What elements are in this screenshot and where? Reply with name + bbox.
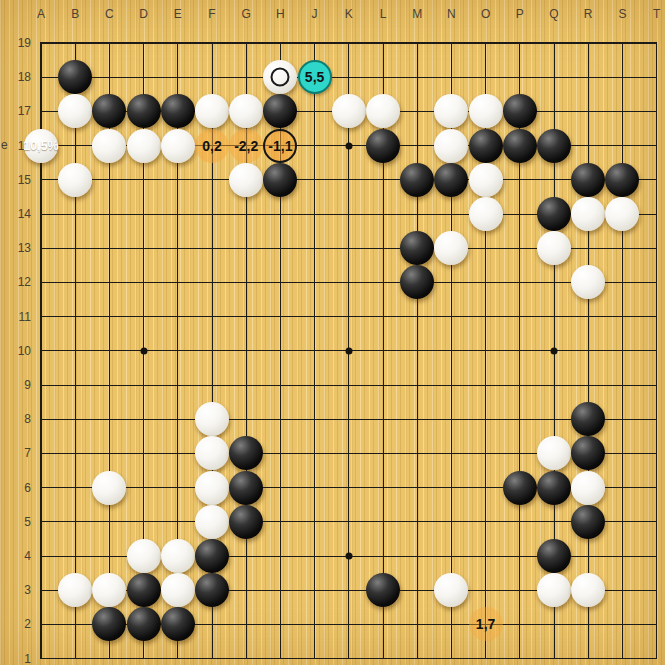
white-stone[interactable]: [195, 505, 229, 539]
white-stone[interactable]: [58, 573, 92, 607]
ai-suggestion[interactable]: 1,7: [469, 607, 503, 641]
column-label: K: [345, 8, 353, 20]
black-stone[interactable]: [127, 573, 161, 607]
row-label: 3: [3, 584, 31, 596]
column-label: R: [584, 8, 593, 20]
white-stone[interactable]: [571, 197, 605, 231]
column-label: T: [653, 8, 660, 20]
column-label: S: [618, 8, 626, 20]
white-stone[interactable]: [469, 163, 503, 197]
column-label: O: [481, 8, 490, 20]
white-stone[interactable]: [161, 539, 195, 573]
white-stone[interactable]: [127, 129, 161, 163]
white-stone[interactable]: [469, 197, 503, 231]
black-stone[interactable]: [92, 94, 126, 128]
white-stone[interactable]: [92, 129, 126, 163]
white-stone[interactable]: [229, 94, 263, 128]
white-stone[interactable]: [434, 94, 468, 128]
black-stone[interactable]: [537, 197, 571, 231]
row-label: 14: [3, 208, 31, 220]
white-stone[interactable]: [469, 94, 503, 128]
row-label: 5: [3, 516, 31, 528]
black-stone[interactable]: [161, 607, 195, 641]
row-label: 11: [3, 311, 31, 323]
winrate-label: 10,5%: [23, 139, 58, 153]
column-label: P: [516, 8, 524, 20]
column-label: A: [37, 8, 45, 20]
black-stone[interactable]: [229, 505, 263, 539]
column-label: E: [174, 8, 182, 20]
black-stone[interactable]: [605, 163, 639, 197]
last-move-marker: [271, 68, 290, 87]
white-stone[interactable]: [195, 402, 229, 436]
white-stone[interactable]: [195, 436, 229, 470]
column-label: L: [380, 8, 387, 20]
black-stone[interactable]: [366, 129, 400, 163]
black-stone[interactable]: [161, 94, 195, 128]
white-stone[interactable]: [366, 94, 400, 128]
row-label: 6: [3, 482, 31, 494]
white-stone[interactable]: [229, 163, 263, 197]
black-stone[interactable]: [92, 607, 126, 641]
white-stone[interactable]: [58, 163, 92, 197]
column-label: D: [139, 8, 148, 20]
black-stone[interactable]: [537, 129, 571, 163]
ai-suggestion-best[interactable]: 5,5: [298, 60, 332, 94]
ai-suggestion[interactable]: 0,2: [195, 129, 229, 163]
white-stone[interactable]: [571, 573, 605, 607]
black-stone[interactable]: [195, 573, 229, 607]
black-stone[interactable]: [263, 94, 297, 128]
column-label: Q: [549, 8, 558, 20]
black-stone[interactable]: [571, 436, 605, 470]
white-stone[interactable]: [195, 94, 229, 128]
star-point: [140, 347, 147, 354]
white-stone[interactable]: [537, 231, 571, 265]
white-stone[interactable]: [161, 129, 195, 163]
black-stone[interactable]: [503, 129, 537, 163]
row-label: 10: [3, 345, 31, 357]
black-stone[interactable]: [537, 539, 571, 573]
ai-suggestion-top[interactable]: -1,1: [263, 129, 297, 163]
star-point: [345, 347, 352, 354]
black-stone[interactable]: [503, 94, 537, 128]
column-label: C: [105, 8, 114, 20]
row-label: 1: [3, 653, 31, 665]
black-stone[interactable]: [127, 607, 161, 641]
black-stone[interactable]: [571, 402, 605, 436]
row-label: 19: [3, 37, 31, 49]
white-stone[interactable]: [127, 539, 161, 573]
white-stone[interactable]: [537, 436, 571, 470]
black-stone[interactable]: [229, 471, 263, 505]
go-board[interactable]: ABCDEFGHJKLMNOPQRST191817161514131211109…: [0, 0, 665, 665]
black-stone[interactable]: [400, 163, 434, 197]
column-label: M: [412, 8, 422, 20]
row-label: 7: [3, 447, 31, 459]
white-stone[interactable]: [58, 94, 92, 128]
row-label: 8: [3, 413, 31, 425]
column-label: F: [208, 8, 215, 20]
white-stone[interactable]: [161, 573, 195, 607]
row-label: 2: [3, 618, 31, 630]
white-stone[interactable]: [92, 471, 126, 505]
white-stone[interactable]: [434, 231, 468, 265]
black-stone[interactable]: [571, 505, 605, 539]
black-stone[interactable]: [127, 94, 161, 128]
black-stone[interactable]: [400, 231, 434, 265]
white-stone[interactable]: [571, 265, 605, 299]
column-label: B: [71, 8, 79, 20]
ai-suggestion[interactable]: -2,2: [229, 129, 263, 163]
row-label: 18: [3, 71, 31, 83]
black-stone[interactable]: [434, 163, 468, 197]
black-stone[interactable]: [263, 163, 297, 197]
star-point: [551, 347, 558, 354]
black-stone[interactable]: [400, 265, 434, 299]
white-stone[interactable]: [571, 471, 605, 505]
black-stone[interactable]: [366, 573, 400, 607]
black-stone[interactable]: [469, 129, 503, 163]
column-label: J: [312, 8, 318, 20]
column-label: N: [447, 8, 456, 20]
black-stone[interactable]: [537, 471, 571, 505]
black-stone[interactable]: [503, 471, 537, 505]
white-stone[interactable]: [537, 573, 571, 607]
white-stone[interactable]: [434, 129, 468, 163]
row-label: 13: [3, 242, 31, 254]
white-stone[interactable]: [195, 471, 229, 505]
column-label: H: [276, 8, 285, 20]
star-point: [345, 553, 352, 560]
row-label: 9: [3, 379, 31, 391]
row-label: 17: [3, 105, 31, 117]
white-stone[interactable]: [332, 94, 366, 128]
white-stone[interactable]: [605, 197, 639, 231]
black-stone[interactable]: [229, 436, 263, 470]
black-stone[interactable]: [571, 163, 605, 197]
row-label: 12: [3, 276, 31, 288]
black-stone[interactable]: [195, 539, 229, 573]
white-stone[interactable]: [434, 573, 468, 607]
row-label: 4: [3, 550, 31, 562]
edge-text: e: [1, 138, 8, 152]
white-stone[interactable]: [92, 573, 126, 607]
column-label: G: [242, 8, 251, 20]
black-stone[interactable]: [58, 60, 92, 94]
star-point: [345, 142, 352, 149]
row-label: 15: [3, 174, 31, 186]
